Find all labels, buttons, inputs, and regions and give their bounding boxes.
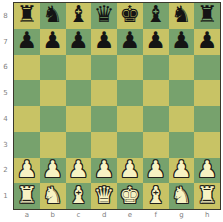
square-c7[interactable]: ♟ [66,29,92,55]
piece-white-rook[interactable]: ♜ [197,184,218,207]
piece-black-queen[interactable]: ♛ [94,3,115,26]
square-g4[interactable] [169,106,195,132]
piece-black-pawn[interactable]: ♟ [42,29,63,52]
square-b6[interactable] [40,55,66,81]
square-a7[interactable]: ♟ [14,29,40,55]
square-c6[interactable] [66,55,92,81]
square-d5[interactable] [91,80,117,106]
square-e2[interactable]: ♟ [117,158,143,184]
rank-label-4: 4 [0,106,11,132]
square-a2[interactable]: ♟ [14,158,40,184]
square-e7[interactable]: ♟ [117,29,143,55]
piece-white-pawn[interactable]: ♟ [94,158,115,181]
square-c2[interactable]: ♟ [66,158,92,184]
square-e1[interactable]: ♚ [117,183,143,209]
piece-black-knight[interactable]: ♞ [171,3,192,26]
square-c4[interactable] [66,106,92,132]
square-h1[interactable]: ♜ [194,183,220,209]
square-b2[interactable]: ♟ [40,158,66,184]
square-f2[interactable]: ♟ [143,158,169,184]
chess-board-screenshot: ♜♞♝♛♚♝♞♜♟♟♟♟♟♟♟♟♟♟♟♟♟♟♟♟♜♞♝♛♚♝♞♜ 8765432… [0,0,223,222]
rank-label-8: 8 [0,3,11,29]
piece-white-pawn[interactable]: ♟ [42,158,63,181]
piece-white-pawn[interactable]: ♟ [197,158,218,181]
square-h8[interactable]: ♜ [194,3,220,29]
piece-black-pawn[interactable]: ♟ [120,29,141,52]
square-f3[interactable] [143,132,169,158]
piece-white-rook[interactable]: ♜ [17,184,38,207]
square-c8[interactable]: ♝ [66,3,92,29]
file-label-d: d [91,210,117,220]
square-d6[interactable] [91,55,117,81]
piece-white-pawn[interactable]: ♟ [145,158,166,181]
square-a1[interactable]: ♜ [14,183,40,209]
square-f5[interactable] [143,80,169,106]
file-label-g: g [169,210,195,220]
piece-white-bishop[interactable]: ♝ [68,184,89,207]
piece-black-pawn[interactable]: ♟ [145,29,166,52]
square-h3[interactable] [194,132,220,158]
square-b3[interactable] [40,132,66,158]
square-g5[interactable] [169,80,195,106]
rank-label-5: 5 [0,80,11,106]
square-h4[interactable] [194,106,220,132]
square-g8[interactable]: ♞ [169,3,195,29]
square-g2[interactable]: ♟ [169,158,195,184]
piece-black-rook[interactable]: ♜ [17,3,38,26]
square-f4[interactable] [143,106,169,132]
square-d3[interactable] [91,132,117,158]
square-a6[interactable] [14,55,40,81]
file-label-a: a [14,210,40,220]
square-b5[interactable] [40,80,66,106]
file-label-f: f [143,210,169,220]
piece-white-pawn[interactable]: ♟ [120,158,141,181]
piece-black-knight[interactable]: ♞ [42,3,63,26]
square-f6[interactable] [143,55,169,81]
rank-label-3: 3 [0,132,11,158]
piece-black-pawn[interactable]: ♟ [171,29,192,52]
square-f8[interactable]: ♝ [143,3,169,29]
square-h6[interactable] [194,55,220,81]
square-d7[interactable]: ♟ [91,29,117,55]
rank-label-7: 7 [0,29,11,55]
rank-label-1: 1 [0,183,11,209]
square-g6[interactable] [169,55,195,81]
file-label-b: b [40,210,66,220]
piece-black-king[interactable]: ♚ [120,3,141,26]
piece-white-knight[interactable]: ♞ [42,184,63,207]
square-b4[interactable] [40,106,66,132]
file-label-e: e [117,210,143,220]
piece-white-king[interactable]: ♚ [120,184,141,207]
square-c3[interactable] [66,132,92,158]
square-f1[interactable]: ♝ [143,183,169,209]
piece-white-knight[interactable]: ♞ [171,184,192,207]
square-b7[interactable]: ♟ [40,29,66,55]
rank-label-6: 6 [0,55,11,81]
square-a5[interactable] [14,80,40,106]
square-d1[interactable]: ♛ [91,183,117,209]
square-b8[interactable]: ♞ [40,3,66,29]
square-e4[interactable] [117,106,143,132]
piece-black-bishop[interactable]: ♝ [145,3,166,26]
piece-white-pawn[interactable]: ♟ [171,158,192,181]
piece-white-bishop[interactable]: ♝ [145,184,166,207]
square-d2[interactable]: ♟ [91,158,117,184]
square-c5[interactable] [66,80,92,106]
square-e8[interactable]: ♚ [117,3,143,29]
piece-black-pawn[interactable]: ♟ [68,29,89,52]
rank-label-2: 2 [0,158,11,184]
piece-black-bishop[interactable]: ♝ [68,3,89,26]
square-a3[interactable] [14,132,40,158]
piece-white-queen[interactable]: ♛ [94,184,115,207]
square-g7[interactable]: ♟ [169,29,195,55]
square-d8[interactable]: ♛ [91,3,117,29]
file-label-c: c [66,210,92,220]
chess-board: ♜♞♝♛♚♝♞♜♟♟♟♟♟♟♟♟♟♟♟♟♟♟♟♟♜♞♝♛♚♝♞♜ [13,2,221,210]
piece-black-pawn[interactable]: ♟ [94,29,115,52]
square-b1[interactable]: ♞ [40,183,66,209]
square-e3[interactable] [117,132,143,158]
square-f7[interactable]: ♟ [143,29,169,55]
square-e5[interactable] [117,80,143,106]
file-label-h: h [194,210,220,220]
piece-white-pawn[interactable]: ♟ [17,158,38,181]
piece-black-rook[interactable]: ♜ [197,3,218,26]
square-a4[interactable] [14,106,40,132]
piece-black-pawn[interactable]: ♟ [17,29,38,52]
square-g1[interactable]: ♞ [169,183,195,209]
square-h7[interactable]: ♟ [194,29,220,55]
piece-black-pawn[interactable]: ♟ [197,29,218,52]
square-a8[interactable]: ♜ [14,3,40,29]
square-h5[interactable] [194,80,220,106]
square-e6[interactable] [117,55,143,81]
square-c1[interactable]: ♝ [66,183,92,209]
square-g3[interactable] [169,132,195,158]
square-d4[interactable] [91,106,117,132]
square-h2[interactable]: ♟ [194,158,220,184]
piece-white-pawn[interactable]: ♟ [68,158,89,181]
